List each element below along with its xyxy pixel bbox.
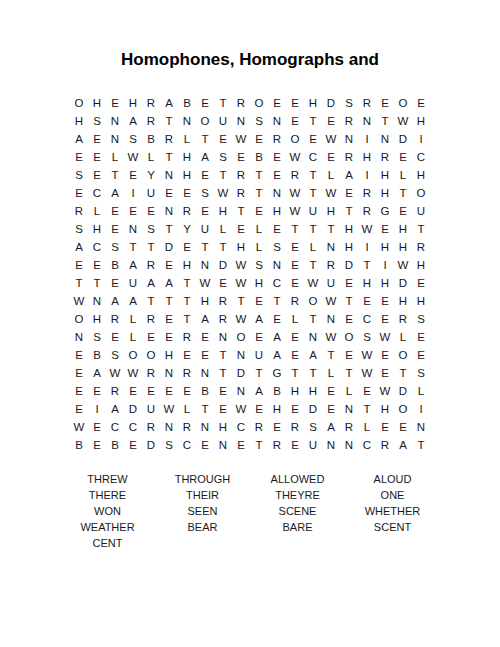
- grid-cell[interactable]: T: [250, 364, 268, 382]
- grid-cell[interactable]: E: [340, 346, 358, 364]
- grid-cell[interactable]: B: [178, 94, 196, 112]
- grid-cell[interactable]: R: [376, 148, 394, 166]
- grid-cell[interactable]: T: [214, 238, 232, 256]
- grid-cell[interactable]: E: [70, 148, 88, 166]
- grid-cell[interactable]: W: [322, 184, 340, 202]
- grid-cell[interactable]: N: [232, 346, 250, 364]
- grid-cell[interactable]: L: [88, 202, 106, 220]
- grid-cell[interactable]: E: [286, 328, 304, 346]
- grid-cell[interactable]: T: [250, 184, 268, 202]
- grid-cell[interactable]: L: [322, 364, 340, 382]
- grid-cell[interactable]: C: [88, 184, 106, 202]
- grid-cell[interactable]: E: [160, 310, 178, 328]
- grid-cell[interactable]: E: [340, 310, 358, 328]
- grid-cell[interactable]: N: [160, 202, 178, 220]
- grid-cell[interactable]: R: [286, 166, 304, 184]
- grid-cell[interactable]: W: [358, 220, 376, 238]
- grid-cell[interactable]: W: [394, 256, 412, 274]
- grid-cell[interactable]: S: [196, 184, 214, 202]
- grid-cell[interactable]: N: [358, 112, 376, 130]
- grid-cell[interactable]: B: [142, 130, 160, 148]
- grid-cell[interactable]: E: [70, 364, 88, 382]
- grid-cell[interactable]: R: [214, 292, 232, 310]
- grid-cell[interactable]: H: [412, 256, 430, 274]
- grid-cell[interactable]: E: [106, 328, 124, 346]
- grid-cell[interactable]: B: [250, 148, 268, 166]
- grid-cell[interactable]: L: [412, 382, 430, 400]
- grid-cell[interactable]: T: [304, 364, 322, 382]
- grid-cell[interactable]: W: [358, 346, 376, 364]
- grid-cell[interactable]: R: [232, 166, 250, 184]
- grid-cell[interactable]: W: [322, 328, 340, 346]
- grid-cell[interactable]: T: [394, 364, 412, 382]
- grid-cell[interactable]: L: [250, 238, 268, 256]
- grid-cell[interactable]: R: [70, 202, 88, 220]
- grid-cell[interactable]: T: [322, 220, 340, 238]
- grid-cell[interactable]: E: [322, 148, 340, 166]
- grid-cell[interactable]: E: [88, 166, 106, 184]
- grid-cell[interactable]: W: [232, 310, 250, 328]
- grid-cell[interactable]: H: [340, 238, 358, 256]
- grid-cell[interactable]: N: [160, 166, 178, 184]
- grid-cell[interactable]: W: [286, 202, 304, 220]
- grid-cell[interactable]: N: [268, 112, 286, 130]
- grid-cell[interactable]: E: [160, 382, 178, 400]
- grid-cell[interactable]: H: [88, 310, 106, 328]
- grid-cell[interactable]: S: [250, 112, 268, 130]
- grid-cell[interactable]: C: [88, 238, 106, 256]
- grid-cell[interactable]: O: [196, 112, 214, 130]
- grid-cell[interactable]: E: [124, 436, 142, 454]
- grid-cell[interactable]: L: [340, 382, 358, 400]
- grid-cell[interactable]: T: [322, 346, 340, 364]
- grid-cell[interactable]: E: [178, 238, 196, 256]
- grid-cell[interactable]: W: [70, 418, 88, 436]
- grid-cell[interactable]: D: [322, 94, 340, 112]
- grid-cell[interactable]: A: [124, 292, 142, 310]
- grid-cell[interactable]: C: [178, 436, 196, 454]
- grid-cell[interactable]: W: [70, 292, 88, 310]
- grid-cell[interactable]: E: [376, 346, 394, 364]
- grid-cell[interactable]: E: [214, 400, 232, 418]
- grid-cell[interactable]: S: [268, 238, 286, 256]
- grid-cell[interactable]: R: [340, 112, 358, 130]
- grid-cell[interactable]: T: [178, 310, 196, 328]
- grid-cell[interactable]: T: [304, 112, 322, 130]
- grid-cell[interactable]: U: [124, 274, 142, 292]
- grid-cell[interactable]: D: [142, 436, 160, 454]
- grid-cell[interactable]: I: [412, 400, 430, 418]
- grid-cell[interactable]: H: [340, 220, 358, 238]
- grid-cell[interactable]: L: [178, 130, 196, 148]
- grid-cell[interactable]: W: [214, 184, 232, 202]
- grid-cell[interactable]: T: [340, 364, 358, 382]
- grid-cell[interactable]: E: [70, 256, 88, 274]
- grid-cell[interactable]: L: [394, 166, 412, 184]
- grid-cell[interactable]: H: [250, 274, 268, 292]
- grid-cell[interactable]: R: [160, 130, 178, 148]
- grid-cell[interactable]: T: [376, 112, 394, 130]
- grid-cell[interactable]: L: [394, 328, 412, 346]
- grid-cell[interactable]: O: [304, 292, 322, 310]
- grid-cell[interactable]: S: [412, 364, 430, 382]
- grid-cell[interactable]: H: [358, 274, 376, 292]
- grid-cell[interactable]: T: [340, 202, 358, 220]
- grid-cell[interactable]: H: [286, 382, 304, 400]
- grid-cell[interactable]: L: [178, 400, 196, 418]
- grid-cell[interactable]: U: [214, 112, 232, 130]
- grid-cell[interactable]: H: [124, 94, 142, 112]
- grid-cell[interactable]: A: [304, 346, 322, 364]
- grid-cell[interactable]: E: [268, 166, 286, 184]
- grid-cell[interactable]: C: [304, 148, 322, 166]
- grid-cell[interactable]: H: [322, 202, 340, 220]
- grid-cell[interactable]: N: [196, 256, 214, 274]
- grid-cell[interactable]: T: [178, 274, 196, 292]
- grid-cell[interactable]: H: [70, 112, 88, 130]
- grid-cell[interactable]: E: [268, 418, 286, 436]
- grid-cell[interactable]: A: [250, 310, 268, 328]
- grid-cell[interactable]: A: [106, 400, 124, 418]
- grid-cell[interactable]: S: [142, 220, 160, 238]
- grid-cell[interactable]: T: [358, 400, 376, 418]
- grid-cell[interactable]: T: [88, 274, 106, 292]
- grid-cell[interactable]: D: [160, 238, 178, 256]
- grid-cell[interactable]: A: [106, 292, 124, 310]
- grid-cell[interactable]: O: [124, 346, 142, 364]
- grid-cell[interactable]: E: [358, 292, 376, 310]
- grid-cell[interactable]: S: [70, 220, 88, 238]
- grid-cell[interactable]: L: [106, 148, 124, 166]
- grid-cell[interactable]: D: [394, 130, 412, 148]
- grid-cell[interactable]: T: [142, 292, 160, 310]
- grid-cell[interactable]: E: [124, 202, 142, 220]
- grid-cell[interactable]: L: [304, 238, 322, 256]
- grid-cell[interactable]: E: [286, 94, 304, 112]
- grid-cell[interactable]: R: [106, 382, 124, 400]
- grid-cell[interactable]: H: [412, 166, 430, 184]
- grid-cell[interactable]: C: [232, 418, 250, 436]
- grid-cell[interactable]: S: [88, 112, 106, 130]
- grid-cell[interactable]: N: [304, 328, 322, 346]
- grid-cell[interactable]: T: [160, 148, 178, 166]
- grid-cell[interactable]: S: [358, 328, 376, 346]
- grid-cell[interactable]: T: [250, 166, 268, 184]
- grid-cell[interactable]: H: [394, 220, 412, 238]
- grid-cell[interactable]: N: [106, 130, 124, 148]
- grid-cell[interactable]: T: [304, 256, 322, 274]
- grid-cell[interactable]: E: [214, 274, 232, 292]
- grid-cell[interactable]: E: [106, 94, 124, 112]
- grid-cell[interactable]: E: [178, 346, 196, 364]
- grid-cell[interactable]: I: [412, 130, 430, 148]
- grid-cell[interactable]: I: [376, 256, 394, 274]
- grid-cell[interactable]: N: [88, 292, 106, 310]
- grid-cell[interactable]: D: [340, 256, 358, 274]
- grid-cell[interactable]: R: [106, 310, 124, 328]
- grid-cell[interactable]: L: [358, 418, 376, 436]
- grid-cell[interactable]: H: [376, 274, 394, 292]
- grid-cell[interactable]: N: [322, 238, 340, 256]
- grid-cell[interactable]: W: [322, 292, 340, 310]
- grid-cell[interactable]: N: [160, 364, 178, 382]
- grid-cell[interactable]: T: [268, 292, 286, 310]
- grid-cell[interactable]: E: [124, 382, 142, 400]
- grid-cell[interactable]: E: [70, 346, 88, 364]
- grid-cell[interactable]: B: [88, 346, 106, 364]
- grid-cell[interactable]: T: [304, 166, 322, 184]
- grid-cell[interactable]: B: [106, 256, 124, 274]
- grid-cell[interactable]: O: [394, 400, 412, 418]
- grid-cell[interactable]: R: [178, 328, 196, 346]
- grid-cell[interactable]: E: [178, 184, 196, 202]
- grid-cell[interactable]: E: [322, 112, 340, 130]
- grid-cell[interactable]: E: [286, 112, 304, 130]
- grid-cell[interactable]: E: [196, 328, 214, 346]
- grid-cell[interactable]: W: [160, 400, 178, 418]
- grid-cell[interactable]: T: [304, 184, 322, 202]
- grid-cell[interactable]: C: [358, 436, 376, 454]
- grid-cell[interactable]: H: [376, 166, 394, 184]
- grid-cell[interactable]: E: [250, 328, 268, 346]
- grid-cell[interactable]: O: [412, 184, 430, 202]
- grid-cell[interactable]: E: [358, 382, 376, 400]
- grid-cell[interactable]: R: [178, 418, 196, 436]
- grid-cell[interactable]: W: [322, 130, 340, 148]
- grid-cell[interactable]: H: [376, 184, 394, 202]
- grid-cell[interactable]: A: [106, 184, 124, 202]
- grid-cell[interactable]: H: [376, 400, 394, 418]
- grid-cell[interactable]: O: [394, 94, 412, 112]
- grid-cell[interactable]: E: [250, 292, 268, 310]
- grid-cell[interactable]: H: [304, 382, 322, 400]
- grid-cell[interactable]: C: [268, 274, 286, 292]
- grid-cell[interactable]: T: [70, 274, 88, 292]
- grid-cell[interactable]: D: [232, 364, 250, 382]
- grid-cell[interactable]: W: [232, 400, 250, 418]
- grid-cell[interactable]: R: [376, 436, 394, 454]
- grid-cell[interactable]: S: [412, 310, 430, 328]
- grid-cell[interactable]: A: [322, 418, 340, 436]
- grid-cell[interactable]: N: [196, 418, 214, 436]
- grid-cell[interactable]: T: [304, 310, 322, 328]
- grid-cell[interactable]: E: [160, 328, 178, 346]
- grid-cell[interactable]: E: [142, 328, 160, 346]
- grid-cell[interactable]: S: [124, 130, 142, 148]
- grid-cell[interactable]: O: [394, 346, 412, 364]
- grid-cell[interactable]: L: [322, 166, 340, 184]
- grid-cell[interactable]: E: [88, 382, 106, 400]
- grid-cell[interactable]: N: [178, 112, 196, 130]
- grid-cell[interactable]: E: [394, 148, 412, 166]
- grid-cell[interactable]: O: [70, 94, 88, 112]
- grid-cell[interactable]: N: [106, 112, 124, 130]
- grid-cell[interactable]: E: [376, 364, 394, 382]
- grid-cell[interactable]: I: [358, 130, 376, 148]
- grid-cell[interactable]: O: [250, 94, 268, 112]
- grid-cell[interactable]: A: [268, 328, 286, 346]
- grid-cell[interactable]: R: [178, 364, 196, 382]
- grid-cell[interactable]: T: [214, 94, 232, 112]
- grid-cell[interactable]: N: [70, 328, 88, 346]
- grid-cell[interactable]: C: [106, 418, 124, 436]
- grid-cell[interactable]: N: [124, 220, 142, 238]
- grid-cell[interactable]: R: [142, 310, 160, 328]
- grid-cell[interactable]: H: [268, 400, 286, 418]
- grid-cell[interactable]: H: [88, 220, 106, 238]
- grid-cell[interactable]: E: [250, 130, 268, 148]
- grid-cell[interactable]: E: [286, 238, 304, 256]
- grid-cell[interactable]: E: [250, 400, 268, 418]
- grid-cell[interactable]: H: [376, 238, 394, 256]
- grid-cell[interactable]: E: [88, 436, 106, 454]
- grid-cell[interactable]: T: [412, 220, 430, 238]
- grid-cell[interactable]: E: [268, 94, 286, 112]
- grid-cell[interactable]: H: [394, 292, 412, 310]
- grid-cell[interactable]: R: [142, 364, 160, 382]
- grid-cell[interactable]: U: [304, 202, 322, 220]
- grid-cell[interactable]: T: [394, 184, 412, 202]
- grid-cell[interactable]: S: [70, 166, 88, 184]
- grid-cell[interactable]: R: [322, 256, 340, 274]
- grid-cell[interactable]: H: [214, 202, 232, 220]
- grid-cell[interactable]: T: [214, 166, 232, 184]
- grid-cell[interactable]: E: [322, 400, 340, 418]
- grid-cell[interactable]: N: [340, 130, 358, 148]
- grid-cell[interactable]: U: [196, 220, 214, 238]
- grid-cell[interactable]: O: [142, 346, 160, 364]
- grid-cell[interactable]: U: [322, 274, 340, 292]
- grid-cell[interactable]: E: [412, 346, 430, 364]
- grid-cell[interactable]: U: [142, 400, 160, 418]
- grid-cell[interactable]: E: [70, 400, 88, 418]
- grid-cell[interactable]: H: [178, 166, 196, 184]
- grid-cell[interactable]: N: [376, 130, 394, 148]
- grid-cell[interactable]: H: [304, 94, 322, 112]
- grid-cell[interactable]: W: [376, 382, 394, 400]
- grid-cell[interactable]: R: [286, 418, 304, 436]
- grid-cell[interactable]: H: [160, 346, 178, 364]
- grid-cell[interactable]: E: [250, 202, 268, 220]
- grid-cell[interactable]: E: [106, 274, 124, 292]
- grid-cell[interactable]: E: [286, 346, 304, 364]
- grid-cell[interactable]: O: [232, 328, 250, 346]
- grid-cell[interactable]: A: [160, 274, 178, 292]
- grid-cell[interactable]: S: [160, 436, 178, 454]
- grid-cell[interactable]: E: [160, 184, 178, 202]
- grid-cell[interactable]: A: [340, 166, 358, 184]
- grid-cell[interactable]: R: [250, 418, 268, 436]
- grid-cell[interactable]: E: [196, 94, 214, 112]
- grid-cell[interactable]: D: [394, 382, 412, 400]
- grid-cell[interactable]: T: [214, 346, 232, 364]
- grid-cell[interactable]: E: [304, 130, 322, 148]
- grid-cell[interactable]: E: [142, 382, 160, 400]
- grid-cell[interactable]: E: [88, 148, 106, 166]
- grid-cell[interactable]: R: [358, 94, 376, 112]
- grid-cell[interactable]: L: [250, 220, 268, 238]
- grid-cell[interactable]: E: [412, 94, 430, 112]
- grid-cell[interactable]: R: [412, 238, 430, 256]
- grid-cell[interactable]: N: [268, 184, 286, 202]
- grid-cell[interactable]: E: [376, 418, 394, 436]
- grid-cell[interactable]: N: [196, 364, 214, 382]
- grid-cell[interactable]: E: [88, 418, 106, 436]
- grid-cell[interactable]: C: [412, 148, 430, 166]
- grid-cell[interactable]: D: [304, 400, 322, 418]
- grid-cell[interactable]: H: [412, 292, 430, 310]
- grid-cell[interactable]: E: [70, 382, 88, 400]
- grid-cell[interactable]: B: [70, 436, 88, 454]
- grid-cell[interactable]: E: [214, 130, 232, 148]
- grid-cell[interactable]: H: [88, 94, 106, 112]
- grid-cell[interactable]: R: [268, 436, 286, 454]
- grid-cell[interactable]: S: [250, 256, 268, 274]
- grid-cell[interactable]: E: [286, 256, 304, 274]
- grid-cell[interactable]: R: [178, 202, 196, 220]
- grid-cell[interactable]: I: [88, 400, 106, 418]
- grid-cell[interactable]: H: [214, 418, 232, 436]
- grid-cell[interactable]: N: [412, 418, 430, 436]
- grid-cell[interactable]: R: [340, 148, 358, 166]
- grid-cell[interactable]: E: [124, 166, 142, 184]
- grid-cell[interactable]: W: [124, 364, 142, 382]
- grid-cell[interactable]: E: [268, 310, 286, 328]
- grid-cell[interactable]: E: [70, 184, 88, 202]
- grid-cell[interactable]: A: [196, 310, 214, 328]
- grid-cell[interactable]: A: [124, 256, 142, 274]
- grid-cell[interactable]: E: [88, 130, 106, 148]
- grid-cell[interactable]: E: [340, 184, 358, 202]
- grid-cell[interactable]: T: [232, 292, 250, 310]
- grid-cell[interactable]: T: [340, 292, 358, 310]
- grid-cell[interactable]: E: [340, 274, 358, 292]
- grid-cell[interactable]: W: [124, 148, 142, 166]
- grid-cell[interactable]: W: [376, 328, 394, 346]
- grid-cell[interactable]: T: [160, 220, 178, 238]
- grid-cell[interactable]: W: [286, 148, 304, 166]
- grid-cell[interactable]: L: [286, 310, 304, 328]
- grid-cell[interactable]: O: [286, 130, 304, 148]
- grid-cell[interactable]: U: [304, 436, 322, 454]
- grid-cell[interactable]: W: [232, 130, 250, 148]
- grid-cell[interactable]: R: [340, 418, 358, 436]
- grid-cell[interactable]: L: [214, 220, 232, 238]
- grid-cell[interactable]: W: [106, 364, 124, 382]
- grid-cell[interactable]: N: [214, 436, 232, 454]
- grid-cell[interactable]: D: [214, 256, 232, 274]
- grid-cell[interactable]: E: [232, 220, 250, 238]
- grid-cell[interactable]: E: [376, 94, 394, 112]
- grid-cell[interactable]: E: [160, 256, 178, 274]
- grid-cell[interactable]: R: [142, 112, 160, 130]
- grid-cell[interactable]: E: [196, 166, 214, 184]
- grid-cell[interactable]: E: [394, 202, 412, 220]
- grid-cell[interactable]: R: [142, 256, 160, 274]
- grid-cell[interactable]: O: [340, 328, 358, 346]
- grid-cell[interactable]: N: [214, 328, 232, 346]
- grid-cell[interactable]: T: [160, 292, 178, 310]
- grid-cell[interactable]: E: [268, 148, 286, 166]
- grid-cell[interactable]: N: [322, 436, 340, 454]
- grid-cell[interactable]: E: [106, 220, 124, 238]
- grid-cell[interactable]: R: [232, 94, 250, 112]
- grid-cell[interactable]: A: [196, 148, 214, 166]
- grid-cell[interactable]: T: [232, 202, 250, 220]
- grid-cell[interactable]: E: [286, 274, 304, 292]
- grid-cell[interactable]: I: [358, 166, 376, 184]
- grid-cell[interactable]: E: [196, 346, 214, 364]
